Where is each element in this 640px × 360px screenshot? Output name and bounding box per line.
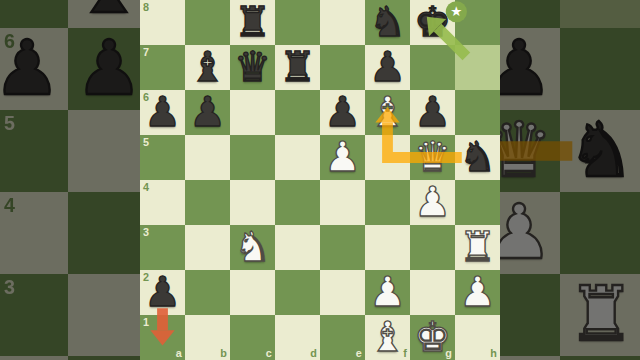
square-e7[interactable] — [320, 45, 365, 90]
square-a5 — [0, 110, 68, 192]
video-frame: chess 87654321abcdefgh♜♞♚♝♛♜♟♟♟♟♝♟♟♛♞♟♞♜… — [0, 0, 640, 360]
piece-white-queen-g5[interactable]: ♛ — [410, 135, 455, 180]
square-g7[interactable] — [410, 45, 455, 90]
piece-white-pawn-h2: ♟ — [560, 356, 640, 360]
square-h8[interactable] — [455, 0, 500, 45]
square-f5[interactable] — [365, 135, 410, 180]
piece-white-king-g1[interactable]: ♚ — [410, 315, 455, 360]
square-c5[interactable] — [230, 135, 275, 180]
square-a4[interactable] — [140, 180, 185, 225]
square-b4[interactable] — [185, 180, 230, 225]
square-g2[interactable] — [410, 270, 455, 315]
piece-black-pawn-a2: ♟ — [0, 356, 68, 360]
piece-black-pawn-a2[interactable]: ♟ — [140, 270, 185, 315]
piece-white-bishop-f6[interactable]: ♝ — [365, 90, 410, 135]
square-c1[interactable] — [230, 315, 275, 360]
square-b5 — [68, 110, 150, 192]
square-b5[interactable] — [185, 135, 230, 180]
square-f3[interactable] — [365, 225, 410, 270]
square-h6[interactable] — [455, 90, 500, 135]
piece-black-queen-c7[interactable]: ♛ — [230, 45, 275, 90]
square-e4[interactable] — [320, 180, 365, 225]
piece-white-bishop-f1[interactable]: ♝ — [365, 315, 410, 360]
square-d2[interactable] — [275, 270, 320, 315]
piece-white-knight-c3[interactable]: ♞ — [230, 225, 275, 270]
piece-black-pawn-e6[interactable]: ♟ — [320, 90, 365, 135]
square-d8[interactable] — [275, 0, 320, 45]
square-b2 — [68, 356, 150, 360]
piece-black-knight-f8[interactable]: ♞ — [365, 0, 410, 45]
piece-black-pawn-g6[interactable]: ♟ — [410, 90, 455, 135]
square-d3[interactable] — [275, 225, 320, 270]
piece-black-pawn-a6[interactable]: ♟ — [140, 90, 185, 135]
square-f4[interactable] — [365, 180, 410, 225]
square-a3[interactable] — [140, 225, 185, 270]
piece-white-rook-h3[interactable]: ♜ — [455, 225, 500, 270]
piece-black-knight-h5[interactable]: ♞ — [455, 135, 500, 180]
square-a7[interactable] — [140, 45, 185, 90]
square-c6[interactable] — [230, 90, 275, 135]
square-a4 — [0, 192, 68, 274]
square-e8[interactable] — [320, 0, 365, 45]
piece-black-pawn-b6[interactable]: ♟ — [185, 90, 230, 135]
square-d1[interactable] — [275, 315, 320, 360]
piece-black-rook-d7[interactable]: ♜ — [275, 45, 320, 90]
square-h6 — [560, 28, 640, 110]
square-h4 — [560, 192, 640, 274]
square-a1[interactable] — [140, 315, 185, 360]
square-d6[interactable] — [275, 90, 320, 135]
square-b3[interactable] — [185, 225, 230, 270]
piece-black-pawn-f7[interactable]: ♟ — [365, 45, 410, 90]
square-h1[interactable] — [455, 315, 500, 360]
piece-black-rook-c8[interactable]: ♜ — [230, 0, 275, 45]
square-a3 — [0, 274, 68, 356]
square-c2[interactable] — [230, 270, 275, 315]
square-e1[interactable] — [320, 315, 365, 360]
square-b3 — [68, 274, 150, 356]
piece-white-pawn-f2[interactable]: ♟ — [365, 270, 410, 315]
square-a8[interactable] — [140, 0, 185, 45]
square-e2[interactable] — [320, 270, 365, 315]
square-h7[interactable] — [455, 45, 500, 90]
piece-white-rook-h3: ♜ — [560, 274, 640, 356]
chess-board[interactable]: 87654321abcdefgh♜♞♚♝♛♜♟♟♟♟♝♟♟♛♞♟♞♜♟♟♟♝♚★ — [140, 0, 500, 360]
piece-white-pawn-g4[interactable]: ♟ — [410, 180, 455, 225]
piece-black-pawn-b6: ♟ — [68, 28, 150, 110]
square-b1[interactable] — [185, 315, 230, 360]
piece-black-knight-h5: ♞ — [560, 110, 640, 192]
piece-black-king-g8[interactable]: ♚ — [410, 0, 455, 45]
square-b8[interactable] — [185, 0, 230, 45]
square-b4 — [68, 192, 150, 274]
square-c4[interactable] — [230, 180, 275, 225]
piece-white-pawn-e5[interactable]: ♟ — [320, 135, 365, 180]
square-g3[interactable] — [410, 225, 455, 270]
square-d5[interactable] — [275, 135, 320, 180]
square-a5[interactable] — [140, 135, 185, 180]
square-h7 — [560, 0, 640, 28]
square-e3[interactable] — [320, 225, 365, 270]
piece-white-pawn-h2[interactable]: ♟ — [455, 270, 500, 315]
square-h4[interactable] — [455, 180, 500, 225]
square-b2[interactable] — [185, 270, 230, 315]
piece-black-bishop-b7[interactable]: ♝ — [185, 45, 230, 90]
square-d4[interactable] — [275, 180, 320, 225]
piece-black-pawn-a6: ♟ — [0, 28, 68, 110]
